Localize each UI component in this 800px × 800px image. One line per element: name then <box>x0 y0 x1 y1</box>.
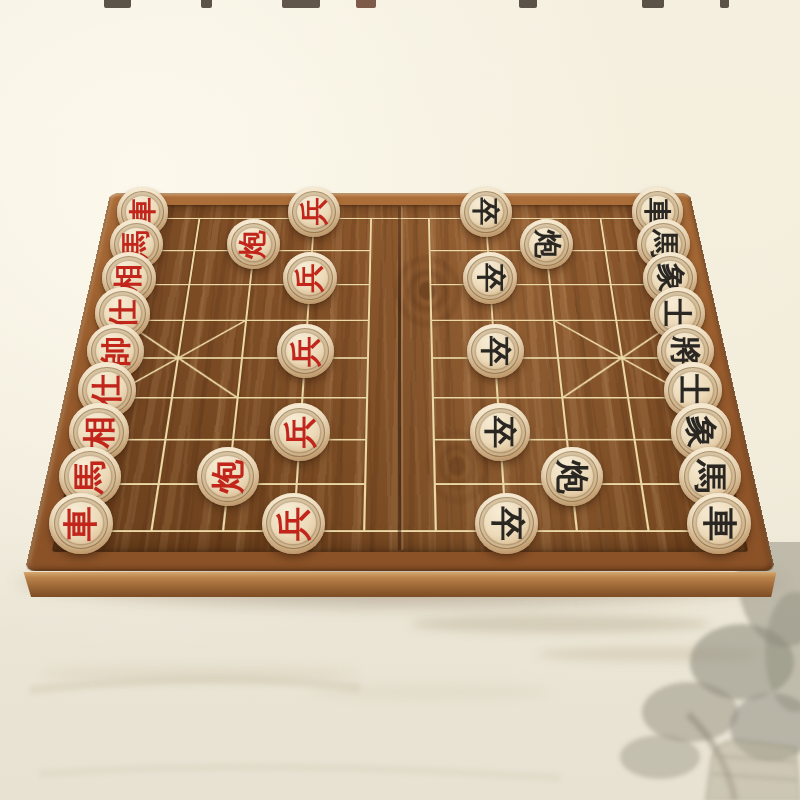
piece-character: 兵 <box>289 186 338 238</box>
piece-layer: 車馬相仕帥仕相馬車炮炮兵兵兵兵兵卒卒卒卒卒炮炮車馬象士將士象馬車 <box>0 0 800 800</box>
piece-character: 兵 <box>278 322 333 379</box>
piece-black-soldier[interactable]: 卒 <box>460 187 512 236</box>
piece-black-soldier[interactable]: 卒 <box>467 324 524 379</box>
piece-red-cannon[interactable]: 炮 <box>227 219 280 270</box>
piece-red-soldier[interactable]: 兵 <box>270 403 330 461</box>
piece-character: 卒 <box>461 186 510 238</box>
piece-red-soldier[interactable]: 兵 <box>277 324 334 379</box>
piece-black-soldier[interactable]: 卒 <box>470 403 530 461</box>
piece-character: 兵 <box>263 491 324 555</box>
piece-character: 兵 <box>284 251 336 305</box>
piece-character: 炮 <box>521 218 572 271</box>
piece-black-soldier[interactable]: 卒 <box>475 493 539 554</box>
product-photo-scene: 車馬相仕帥仕相馬車炮炮兵兵兵兵兵卒卒卒卒卒炮炮車馬象士將士象馬車 <box>0 0 800 800</box>
piece-black-cannon[interactable]: 炮 <box>520 219 573 270</box>
piece-red-chariot[interactable]: 車 <box>49 493 113 554</box>
piece-character: 卒 <box>476 491 537 555</box>
piece-character: 卒 <box>468 322 523 379</box>
piece-character: 兵 <box>271 402 329 462</box>
piece-character: 炮 <box>228 218 279 271</box>
piece-red-soldier[interactable]: 兵 <box>283 252 337 304</box>
piece-red-soldier[interactable]: 兵 <box>262 493 326 554</box>
piece-character: 卒 <box>471 402 529 462</box>
piece-character: 炮 <box>198 445 258 507</box>
piece-red-cannon[interactable]: 炮 <box>197 447 259 507</box>
piece-black-chariot[interactable]: 車 <box>687 493 751 554</box>
piece-character: 炮 <box>542 445 602 507</box>
piece-character: 車 <box>50 491 111 555</box>
piece-red-soldier[interactable]: 兵 <box>288 187 340 236</box>
piece-black-soldier[interactable]: 卒 <box>463 252 517 304</box>
piece-character: 車 <box>688 491 749 555</box>
piece-character: 卒 <box>464 251 516 305</box>
piece-black-cannon[interactable]: 炮 <box>541 447 603 507</box>
